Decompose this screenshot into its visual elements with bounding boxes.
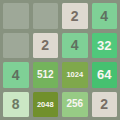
tile-4: 4 <box>92 3 118 29</box>
tile-2: 2 <box>62 3 88 29</box>
empty-cell <box>3 3 29 29</box>
tile-512: 512 <box>33 62 59 88</box>
tile-4: 4 <box>62 33 88 59</box>
tile-2048: 2048 <box>33 92 59 118</box>
empty-cell <box>33 3 59 29</box>
tile-8: 8 <box>3 92 29 118</box>
tile-1024: 1024 <box>62 62 88 88</box>
tile-2: 2 <box>92 92 118 118</box>
tile-4: 4 <box>3 62 29 88</box>
tile-64: 64 <box>92 62 118 88</box>
tile-2: 2 <box>33 33 59 59</box>
empty-cell <box>3 33 29 59</box>
board-2048[interactable]: 2424324512102464820482562 <box>0 0 120 120</box>
tile-256: 256 <box>62 92 88 118</box>
tile-32: 32 <box>92 33 118 59</box>
